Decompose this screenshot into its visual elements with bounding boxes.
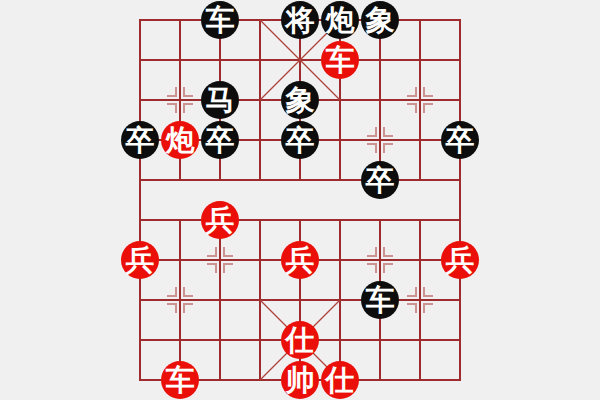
piece-red-chariot[interactable]: 车 [321, 41, 359, 79]
piece-black-pawn[interactable]: 卒 [361, 161, 399, 199]
piece-black-cannon[interactable]: 炮 [321, 1, 359, 39]
piece-black-chariot[interactable]: 车 [361, 281, 399, 319]
piece-red-advisor[interactable]: 仕 [281, 321, 319, 359]
piece-black-pawn[interactable]: 卒 [281, 121, 319, 159]
board-grid[interactable]: 车将炮象车马象卒炮卒卒卒卒兵兵兵兵车仕车帅仕 [120, 0, 480, 400]
piece-black-pawn[interactable]: 卒 [201, 121, 239, 159]
piece-black-elephant[interactable]: 象 [361, 1, 399, 39]
piece-black-chariot[interactable]: 车 [201, 1, 239, 39]
piece-black-pawn[interactable]: 卒 [121, 121, 159, 159]
piece-red-pawn[interactable]: 兵 [121, 241, 159, 279]
piece-red-pawn[interactable]: 兵 [201, 201, 239, 239]
piece-red-chariot[interactable]: 车 [161, 361, 199, 399]
piece-red-pawn[interactable]: 兵 [441, 241, 479, 279]
piece-black-elephant[interactable]: 象 [281, 81, 319, 119]
piece-red-cannon[interactable]: 炮 [161, 121, 199, 159]
piece-red-pawn[interactable]: 兵 [281, 241, 319, 279]
piece-red-general[interactable]: 帅 [281, 361, 319, 399]
piece-black-horse[interactable]: 马 [201, 81, 239, 119]
piece-black-general[interactable]: 将 [281, 1, 319, 39]
piece-black-pawn[interactable]: 卒 [441, 121, 479, 159]
piece-red-advisor[interactable]: 仕 [321, 361, 359, 399]
xiangqi-board: 车将炮象车马象卒炮卒卒卒卒兵兵兵兵车仕车帅仕 [0, 0, 600, 400]
